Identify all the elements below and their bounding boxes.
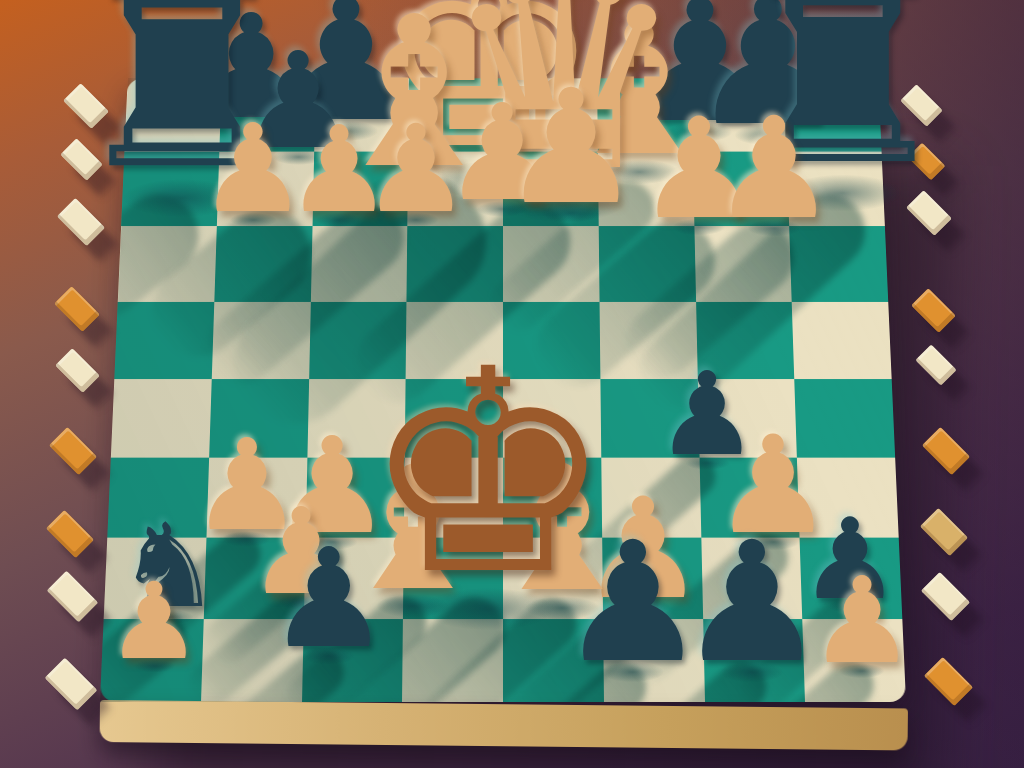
piece-white-pawn-a1[interactable]: ♟	[106, 592, 201, 675]
piece-white-pawn-d7[interactable]: ♟	[362, 136, 470, 230]
pieces-layer: ♟♟♟♟♟♝♚♝♜♜♛♟♟♟♟♟♟♟♟♟♟♟♟♝♟♟♝♚♞♟♟♟♟♟	[0, 0, 1024, 768]
piece-contact-shadow	[529, 200, 613, 226]
piece-contact-shadow	[396, 580, 580, 638]
piece-contact-shadow	[221, 210, 286, 230]
piece-contact-shadow	[708, 658, 795, 686]
chess-illustration-scene: ♟♟♟♟♟♝♚♝♜♜♛♟♟♟♟♟♟♟♟♟♟♟♟♝♟♟♝♚♞♟♟♟♟♟	[0, 0, 1024, 768]
piece-contact-shadow	[384, 210, 448, 230]
piece-contact-shadow	[737, 216, 811, 239]
piece-contact-shadow	[126, 657, 182, 675]
piece-contact-shadow	[293, 644, 365, 667]
piece-black-pawn-c1[interactable]: ♟	[268, 561, 391, 668]
piece-contact-shadow	[589, 658, 676, 686]
piece-white-pawn-f7[interactable]: ♟	[500, 103, 642, 226]
piece-contact-shadow	[831, 661, 894, 681]
piece-white-pawn-h6[interactable]: ♟	[711, 130, 837, 239]
piece-black-pawn-g1[interactable]: ♟	[678, 557, 827, 686]
